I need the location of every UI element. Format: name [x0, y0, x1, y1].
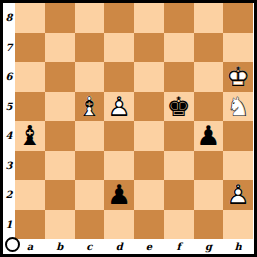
diagram-layout: 87654321 ♚♔♝♗♟♙♚♞♘♝♟♟♟♙ abcdefgh: [3, 3, 254, 254]
square-a4[interactable]: ♝: [15, 121, 45, 151]
square-h1[interactable]: [223, 210, 253, 240]
black-pawn[interactable]: ♟: [104, 180, 134, 210]
square-a2[interactable]: [15, 180, 45, 210]
square-f5[interactable]: ♚: [164, 92, 194, 122]
square-g2[interactable]: [194, 180, 224, 210]
square-a8[interactable]: [15, 3, 45, 33]
square-b6[interactable]: [45, 62, 75, 92]
square-f6[interactable]: [164, 62, 194, 92]
square-b8[interactable]: [45, 3, 75, 33]
square-b7[interactable]: [45, 33, 75, 63]
board-row: 87654321 ♚♔♝♗♟♙♚♞♘♝♟♟♟♙: [3, 3, 254, 239]
file-label-e: e: [134, 240, 164, 254]
rank-labels: 87654321: [3, 3, 15, 239]
square-b2[interactable]: [45, 180, 75, 210]
square-f1[interactable]: [164, 210, 194, 240]
square-h3[interactable]: [223, 151, 253, 181]
white-to-move-indicator-icon: [5, 237, 20, 252]
square-g6[interactable]: [194, 62, 224, 92]
white-bishop-glyph: ♗: [75, 92, 105, 122]
square-f8[interactable]: [164, 3, 194, 33]
square-d8[interactable]: [104, 3, 134, 33]
square-f3[interactable]: [164, 151, 194, 181]
rank-label-2: 2: [3, 180, 15, 210]
square-f2[interactable]: [164, 180, 194, 210]
white-pawn[interactable]: ♟♙: [104, 92, 134, 122]
square-d2[interactable]: ♟: [104, 180, 134, 210]
square-c1[interactable]: [75, 210, 105, 240]
rank-label-7: 7: [3, 33, 15, 63]
white-pawn-glyph: ♙: [223, 180, 253, 210]
rank-label-8: 8: [3, 3, 15, 33]
rank-label-1: 1: [3, 210, 15, 240]
square-g3[interactable]: [194, 151, 224, 181]
square-g7[interactable]: [194, 33, 224, 63]
white-king-glyph: ♔: [223, 62, 253, 92]
square-c4[interactable]: [75, 121, 105, 151]
square-c2[interactable]: [75, 180, 105, 210]
square-d5[interactable]: ♟♙: [104, 92, 134, 122]
square-h6[interactable]: ♚♔: [223, 62, 253, 92]
square-e4[interactable]: [134, 121, 164, 151]
square-d4[interactable]: [104, 121, 134, 151]
rank-label-4: 4: [3, 121, 15, 151]
square-e7[interactable]: [134, 33, 164, 63]
file-label-f: f: [164, 240, 194, 254]
square-c8[interactable]: [75, 3, 105, 33]
square-a5[interactable]: [15, 92, 45, 122]
square-e8[interactable]: [134, 3, 164, 33]
file-label-b: b: [45, 240, 75, 254]
square-d7[interactable]: [104, 33, 134, 63]
white-knight-glyph: ♘: [223, 92, 253, 122]
square-g4[interactable]: ♟: [194, 121, 224, 151]
square-e6[interactable]: [134, 62, 164, 92]
file-label-c: c: [75, 240, 105, 254]
square-b5[interactable]: [45, 92, 75, 122]
square-a3[interactable]: [15, 151, 45, 181]
square-b1[interactable]: [45, 210, 75, 240]
black-pawn[interactable]: ♟: [194, 121, 224, 151]
square-g5[interactable]: [194, 92, 224, 122]
square-a1[interactable]: [15, 210, 45, 240]
white-pawn-glyph: ♙: [104, 92, 134, 122]
white-bishop[interactable]: ♝♗: [75, 92, 105, 122]
square-h2[interactable]: ♟♙: [223, 180, 253, 210]
black-bishop[interactable]: ♝: [15, 121, 45, 151]
square-e3[interactable]: [134, 151, 164, 181]
square-g8[interactable]: [194, 3, 224, 33]
square-d1[interactable]: [104, 210, 134, 240]
file-labels: abcdefgh: [15, 240, 253, 254]
file-label-g: g: [194, 240, 224, 254]
square-g1[interactable]: [194, 210, 224, 240]
black-king[interactable]: ♚: [164, 92, 194, 122]
square-c6[interactable]: [75, 62, 105, 92]
square-f4[interactable]: [164, 121, 194, 151]
square-c7[interactable]: [75, 33, 105, 63]
square-a7[interactable]: [15, 33, 45, 63]
files-row: abcdefgh: [3, 239, 254, 254]
square-e2[interactable]: [134, 180, 164, 210]
square-h7[interactable]: [223, 33, 253, 63]
chess-diagram: 87654321 ♚♔♝♗♟♙♚♞♘♝♟♟♟♙ abcdefgh: [0, 0, 257, 257]
square-c3[interactable]: [75, 151, 105, 181]
square-d3[interactable]: [104, 151, 134, 181]
square-b4[interactable]: [45, 121, 75, 151]
white-king[interactable]: ♚♔: [223, 62, 253, 92]
file-label-h: h: [223, 240, 253, 254]
white-knight[interactable]: ♞♘: [223, 92, 253, 122]
square-d6[interactable]: [104, 62, 134, 92]
square-e5[interactable]: [134, 92, 164, 122]
rank-label-5: 5: [3, 92, 15, 122]
square-e1[interactable]: [134, 210, 164, 240]
square-h4[interactable]: [223, 121, 253, 151]
board: ♚♔♝♗♟♙♚♞♘♝♟♟♟♙: [15, 3, 253, 239]
square-b3[interactable]: [45, 151, 75, 181]
square-c5[interactable]: ♝♗: [75, 92, 105, 122]
square-f7[interactable]: [164, 33, 194, 63]
white-pawn[interactable]: ♟♙: [223, 180, 253, 210]
square-h5[interactable]: ♞♘: [223, 92, 253, 122]
file-label-d: d: [104, 240, 134, 254]
square-h8[interactable]: [223, 3, 253, 33]
rank-label-6: 6: [3, 62, 15, 92]
rank-label-3: 3: [3, 151, 15, 181]
square-a6[interactable]: [15, 62, 45, 92]
